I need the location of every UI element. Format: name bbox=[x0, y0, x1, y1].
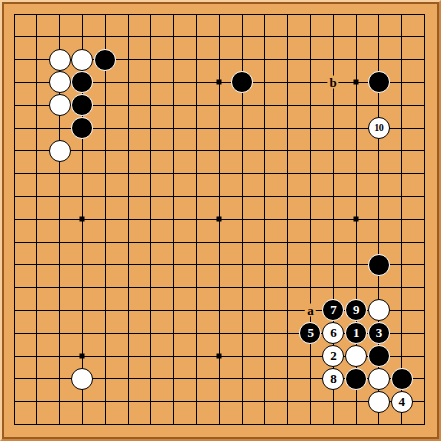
white-stone: 4 bbox=[391, 391, 413, 413]
white-stone: 6 bbox=[322, 322, 344, 344]
move-number: 5 bbox=[307, 323, 313, 343]
black-stone bbox=[231, 71, 253, 93]
black-stone: 1 bbox=[345, 322, 367, 344]
white-stone bbox=[49, 49, 71, 71]
move-number: 6 bbox=[330, 323, 336, 343]
grid-line bbox=[287, 14, 288, 425]
point-label-b: b bbox=[328, 76, 339, 89]
grid-line bbox=[310, 14, 311, 425]
move-number: 3 bbox=[376, 323, 382, 343]
grid-line bbox=[401, 14, 402, 425]
go-board: 10795613284ab bbox=[0, 0, 441, 441]
grid-line bbox=[14, 424, 425, 425]
black-stone: 7 bbox=[322, 299, 344, 321]
move-number: 4 bbox=[399, 392, 405, 412]
move-number: 8 bbox=[330, 369, 336, 389]
star-point bbox=[80, 217, 85, 222]
black-stone: 5 bbox=[299, 322, 321, 344]
black-stone bbox=[71, 94, 93, 116]
white-stone bbox=[345, 345, 367, 367]
move-number: 10 bbox=[374, 118, 383, 138]
white-stone: 10 bbox=[368, 117, 390, 139]
grid-line bbox=[424, 14, 425, 425]
black-stone: 9 bbox=[345, 299, 367, 321]
black-stone bbox=[368, 254, 390, 276]
white-stone bbox=[49, 71, 71, 93]
point-label-a: a bbox=[305, 304, 316, 317]
black-stone bbox=[368, 345, 390, 367]
grid-line bbox=[14, 287, 425, 288]
move-number: 7 bbox=[330, 300, 336, 320]
star-point bbox=[354, 217, 359, 222]
white-stone bbox=[368, 391, 390, 413]
move-number: 2 bbox=[330, 346, 336, 366]
white-stone bbox=[368, 368, 390, 390]
star-point bbox=[217, 217, 222, 222]
star-point bbox=[354, 80, 359, 85]
white-stone: 8 bbox=[322, 368, 344, 390]
black-stone: 3 bbox=[368, 322, 390, 344]
black-stone bbox=[94, 49, 116, 71]
black-stone bbox=[391, 368, 413, 390]
star-point bbox=[217, 354, 222, 359]
black-stone bbox=[71, 71, 93, 93]
white-stone bbox=[71, 368, 93, 390]
grid-line bbox=[14, 242, 425, 243]
white-stone bbox=[368, 299, 390, 321]
white-stone bbox=[49, 94, 71, 116]
black-stone bbox=[345, 368, 367, 390]
move-number: 1 bbox=[353, 323, 359, 343]
grid-line bbox=[14, 264, 425, 265]
grid-line bbox=[14, 401, 425, 402]
black-stone bbox=[71, 117, 93, 139]
star-point bbox=[80, 354, 85, 359]
white-stone bbox=[71, 49, 93, 71]
move-number: 9 bbox=[353, 300, 359, 320]
white-stone: 2 bbox=[322, 345, 344, 367]
white-stone bbox=[49, 140, 71, 162]
grid-line bbox=[264, 14, 265, 425]
star-point bbox=[217, 80, 222, 85]
black-stone bbox=[368, 71, 390, 93]
